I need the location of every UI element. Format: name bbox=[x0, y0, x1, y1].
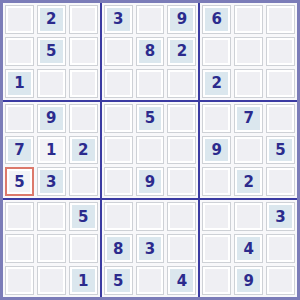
box-r2c3: 7952 bbox=[200, 102, 297, 199]
box-r2c1: 971253 bbox=[3, 102, 100, 199]
cell-r6c3[interactable] bbox=[69, 167, 98, 196]
cell-r3c6[interactable] bbox=[167, 69, 196, 98]
cell-r7c8[interactable] bbox=[234, 202, 263, 231]
cell-r6c5[interactable]: 9 bbox=[136, 167, 165, 196]
cell-r9c1[interactable] bbox=[5, 266, 34, 295]
cell-r2c4[interactable] bbox=[104, 37, 133, 66]
cell-r4c7[interactable] bbox=[202, 104, 231, 133]
box-r1c2: 3982 bbox=[102, 3, 199, 100]
cell-r6c6[interactable] bbox=[167, 167, 196, 196]
cell-r9c8[interactable]: 9 bbox=[234, 266, 263, 295]
cell-r7c6[interactable] bbox=[167, 202, 196, 231]
cell-r2c7[interactable] bbox=[202, 37, 231, 66]
cell-r5c9[interactable]: 5 bbox=[266, 136, 295, 165]
cell-r7c1[interactable] bbox=[5, 202, 34, 231]
cell-r3c3[interactable] bbox=[69, 69, 98, 98]
cell-r7c4[interactable] bbox=[104, 202, 133, 231]
cell-r1c7[interactable]: 6 bbox=[202, 5, 231, 34]
cell-r5c8[interactable] bbox=[234, 136, 263, 165]
cell-r6c7[interactable] bbox=[202, 167, 231, 196]
sudoku-board: 251398262971253597952518354349 bbox=[0, 0, 300, 300]
cell-r5c5[interactable] bbox=[136, 136, 165, 165]
box-r3c2: 8354 bbox=[102, 200, 199, 297]
cell-r6c9[interactable] bbox=[266, 167, 295, 196]
cell-r3c7[interactable]: 2 bbox=[202, 69, 231, 98]
cell-r3c5[interactable] bbox=[136, 69, 165, 98]
cell-r1c1[interactable] bbox=[5, 5, 34, 34]
cell-r6c1[interactable]: 5 bbox=[5, 167, 34, 196]
cell-r4c8[interactable]: 7 bbox=[234, 104, 263, 133]
cell-r7c5[interactable] bbox=[136, 202, 165, 231]
cell-r4c2[interactable]: 9 bbox=[37, 104, 66, 133]
cell-r2c2[interactable]: 5 bbox=[37, 37, 66, 66]
cell-r2c9[interactable] bbox=[266, 37, 295, 66]
cell-r8c8[interactable]: 4 bbox=[234, 234, 263, 263]
cell-r8c9[interactable] bbox=[266, 234, 295, 263]
box-r3c3: 349 bbox=[200, 200, 297, 297]
cell-r2c8[interactable] bbox=[234, 37, 263, 66]
cell-r3c8[interactable] bbox=[234, 69, 263, 98]
cell-r8c1[interactable] bbox=[5, 234, 34, 263]
cell-r6c8[interactable]: 2 bbox=[234, 167, 263, 196]
cell-r5c4[interactable] bbox=[104, 136, 133, 165]
cell-r9c7[interactable] bbox=[202, 266, 231, 295]
cell-r8c2[interactable] bbox=[37, 234, 66, 263]
cell-r4c6[interactable] bbox=[167, 104, 196, 133]
box-r1c3: 62 bbox=[200, 3, 297, 100]
cell-r8c3[interactable] bbox=[69, 234, 98, 263]
box-r3c1: 51 bbox=[3, 200, 100, 297]
cell-r5c3[interactable]: 2 bbox=[69, 136, 98, 165]
cell-r7c3[interactable]: 5 bbox=[69, 202, 98, 231]
cell-r5c6[interactable] bbox=[167, 136, 196, 165]
cell-r5c1[interactable]: 7 bbox=[5, 136, 34, 165]
cell-r7c7[interactable] bbox=[202, 202, 231, 231]
cell-r8c7[interactable] bbox=[202, 234, 231, 263]
cell-r9c6[interactable]: 4 bbox=[167, 266, 196, 295]
cell-r9c4[interactable]: 5 bbox=[104, 266, 133, 295]
cell-r4c4[interactable] bbox=[104, 104, 133, 133]
cell-r9c9[interactable] bbox=[266, 266, 295, 295]
cell-r1c6[interactable]: 9 bbox=[167, 5, 196, 34]
cell-r2c5[interactable]: 8 bbox=[136, 37, 165, 66]
box-r2c2: 59 bbox=[102, 102, 199, 199]
cell-r9c2[interactable] bbox=[37, 266, 66, 295]
cell-r2c3[interactable] bbox=[69, 37, 98, 66]
cell-r4c1[interactable] bbox=[5, 104, 34, 133]
cell-r5c2[interactable]: 1 bbox=[37, 136, 66, 165]
cell-r4c9[interactable] bbox=[266, 104, 295, 133]
box-r1c1: 251 bbox=[3, 3, 100, 100]
cell-r6c4[interactable] bbox=[104, 167, 133, 196]
cell-r8c5[interactable]: 3 bbox=[136, 234, 165, 263]
cell-r2c1[interactable] bbox=[5, 37, 34, 66]
cell-r3c2[interactable] bbox=[37, 69, 66, 98]
cell-r1c9[interactable] bbox=[266, 5, 295, 34]
cell-r7c9[interactable]: 3 bbox=[266, 202, 295, 231]
cell-r2c6[interactable]: 2 bbox=[167, 37, 196, 66]
cell-r4c5[interactable]: 5 bbox=[136, 104, 165, 133]
cell-r6c2[interactable]: 3 bbox=[37, 167, 66, 196]
cell-r8c4[interactable]: 8 bbox=[104, 234, 133, 263]
cell-r5c7[interactable]: 9 bbox=[202, 136, 231, 165]
cell-r4c3[interactable] bbox=[69, 104, 98, 133]
cell-r3c1[interactable]: 1 bbox=[5, 69, 34, 98]
cell-r8c6[interactable] bbox=[167, 234, 196, 263]
cell-r9c5[interactable] bbox=[136, 266, 165, 295]
cell-r1c4[interactable]: 3 bbox=[104, 5, 133, 34]
cell-r9c3[interactable]: 1 bbox=[69, 266, 98, 295]
cell-r3c4[interactable] bbox=[104, 69, 133, 98]
cell-r1c5[interactable] bbox=[136, 5, 165, 34]
cell-r3c9[interactable] bbox=[266, 69, 295, 98]
cell-r1c2[interactable]: 2 bbox=[37, 5, 66, 34]
cell-r1c8[interactable] bbox=[234, 5, 263, 34]
cell-r7c2[interactable] bbox=[37, 202, 66, 231]
cell-r1c3[interactable] bbox=[69, 5, 98, 34]
